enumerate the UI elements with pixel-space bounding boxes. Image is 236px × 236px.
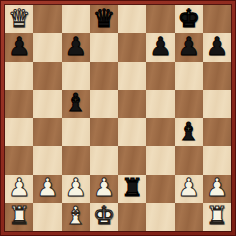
square-a7[interactable]: ♟ [5, 33, 33, 61]
square-h7[interactable]: ♟ [203, 33, 231, 61]
square-h3[interactable] [203, 146, 231, 174]
square-d5[interactable] [90, 90, 118, 118]
square-d3[interactable] [90, 146, 118, 174]
square-d8[interactable]: ♛ [90, 5, 118, 33]
square-f7[interactable]: ♟ [146, 33, 174, 61]
piece-white-pawn[interactable]: ♟ [8, 175, 30, 200]
piece-black-bishop[interactable]: ♝ [177, 119, 199, 144]
square-a5[interactable] [5, 90, 33, 118]
square-d2[interactable]: ♟ [90, 175, 118, 203]
piece-black-pawn[interactable]: ♟ [149, 34, 171, 59]
square-a8[interactable]: ♛ [5, 5, 33, 33]
square-a1[interactable]: ♜ [5, 203, 33, 231]
square-e6[interactable] [118, 62, 146, 90]
square-a3[interactable] [5, 146, 33, 174]
square-b4[interactable] [33, 118, 61, 146]
square-c8[interactable] [62, 5, 90, 33]
piece-white-king[interactable]: ♚ [93, 203, 115, 228]
square-c6[interactable] [62, 62, 90, 90]
board-frame: ♛♛♚♟♟♟♟♟♝♝♟♟♟♟♜♟♟♜♝♚♜ [0, 0, 236, 236]
square-d4[interactable] [90, 118, 118, 146]
square-e1[interactable] [118, 203, 146, 231]
square-f4[interactable] [146, 118, 174, 146]
square-g3[interactable] [175, 146, 203, 174]
piece-white-rook[interactable]: ♜ [8, 203, 30, 228]
square-g7[interactable]: ♟ [175, 33, 203, 61]
square-g2[interactable]: ♟ [175, 175, 203, 203]
piece-black-pawn[interactable]: ♟ [206, 34, 228, 59]
square-a4[interactable] [5, 118, 33, 146]
square-f2[interactable] [146, 175, 174, 203]
chess-board: ♛♛♚♟♟♟♟♟♝♝♟♟♟♟♜♟♟♜♝♚♜ [5, 5, 231, 231]
square-b2[interactable]: ♟ [33, 175, 61, 203]
square-b3[interactable] [33, 146, 61, 174]
square-c1[interactable]: ♝ [62, 203, 90, 231]
square-c7[interactable]: ♟ [62, 33, 90, 61]
square-a2[interactable]: ♟ [5, 175, 33, 203]
square-g1[interactable] [175, 203, 203, 231]
piece-white-pawn[interactable]: ♟ [206, 175, 228, 200]
square-h2[interactable]: ♟ [203, 175, 231, 203]
square-b6[interactable] [33, 62, 61, 90]
piece-black-king[interactable]: ♚ [177, 6, 199, 31]
piece-white-pawn[interactable]: ♟ [177, 175, 199, 200]
square-d7[interactable] [90, 33, 118, 61]
square-h8[interactable] [203, 5, 231, 33]
square-f1[interactable] [146, 203, 174, 231]
piece-white-pawn[interactable]: ♟ [36, 175, 58, 200]
piece-black-pawn[interactable]: ♟ [8, 34, 30, 59]
square-e4[interactable] [118, 118, 146, 146]
square-f5[interactable] [146, 90, 174, 118]
square-h5[interactable] [203, 90, 231, 118]
piece-white-pawn[interactable]: ♟ [93, 175, 115, 200]
square-h1[interactable]: ♜ [203, 203, 231, 231]
square-b5[interactable] [33, 90, 61, 118]
square-h4[interactable] [203, 118, 231, 146]
piece-black-pawn[interactable]: ♟ [177, 34, 199, 59]
square-g8[interactable]: ♚ [175, 5, 203, 33]
square-e5[interactable] [118, 90, 146, 118]
piece-black-pawn[interactable]: ♟ [64, 34, 86, 59]
square-e3[interactable] [118, 146, 146, 174]
square-e8[interactable] [118, 5, 146, 33]
square-f3[interactable] [146, 146, 174, 174]
square-d6[interactable] [90, 62, 118, 90]
square-c5[interactable]: ♝ [62, 90, 90, 118]
square-c4[interactable] [62, 118, 90, 146]
piece-black-queen[interactable]: ♛ [93, 6, 115, 31]
square-b7[interactable] [33, 33, 61, 61]
piece-white-bishop[interactable]: ♝ [64, 203, 86, 228]
square-g6[interactable] [175, 62, 203, 90]
square-g5[interactable] [175, 90, 203, 118]
square-d1[interactable]: ♚ [90, 203, 118, 231]
square-h6[interactable] [203, 62, 231, 90]
square-b1[interactable] [33, 203, 61, 231]
square-a6[interactable] [5, 62, 33, 90]
square-e2[interactable]: ♜ [118, 175, 146, 203]
square-e7[interactable] [118, 33, 146, 61]
square-c2[interactable]: ♟ [62, 175, 90, 203]
piece-black-rook[interactable]: ♜ [121, 175, 143, 200]
piece-white-pawn[interactable]: ♟ [64, 175, 86, 200]
square-g4[interactable]: ♝ [175, 118, 203, 146]
piece-white-rook[interactable]: ♜ [206, 203, 228, 228]
piece-white-queen[interactable]: ♛ [8, 6, 30, 31]
square-f8[interactable] [146, 5, 174, 33]
square-b8[interactable] [33, 5, 61, 33]
square-f6[interactable] [146, 62, 174, 90]
square-c3[interactable] [62, 146, 90, 174]
piece-black-bishop[interactable]: ♝ [64, 90, 86, 115]
